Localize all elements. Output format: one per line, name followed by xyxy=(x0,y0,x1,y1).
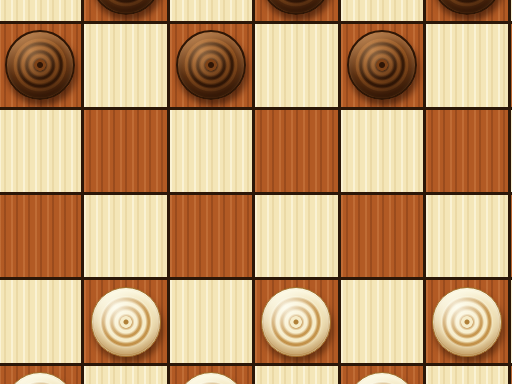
square-r3-c1[interactable] xyxy=(84,110,166,192)
square-r5-c1[interactable] xyxy=(84,280,166,362)
square-r5-c4[interactable] xyxy=(341,280,423,362)
light-piece[interactable] xyxy=(261,287,331,357)
dark-piece[interactable] xyxy=(176,30,246,100)
square-r4-c1[interactable] xyxy=(84,195,166,277)
square-r3-c0[interactable] xyxy=(0,110,81,192)
square-r1-c3[interactable] xyxy=(255,0,337,21)
dark-piece[interactable] xyxy=(347,30,417,100)
square-r1-c2[interactable] xyxy=(170,0,252,21)
square-r2-c0[interactable] xyxy=(0,24,81,106)
light-piece[interactable] xyxy=(176,372,246,384)
light-piece[interactable] xyxy=(432,287,502,357)
square-r6-c1[interactable] xyxy=(84,366,166,384)
square-r3-c4[interactable] xyxy=(341,110,423,192)
square-r4-c3[interactable] xyxy=(255,195,337,277)
square-r4-c2[interactable] xyxy=(170,195,252,277)
dark-piece[interactable] xyxy=(261,0,331,15)
light-piece[interactable] xyxy=(347,372,417,384)
checkers-board-viewport xyxy=(0,0,512,384)
dark-piece[interactable] xyxy=(432,0,502,15)
square-r6-c4[interactable] xyxy=(341,366,423,384)
light-piece[interactable] xyxy=(5,372,75,384)
square-r1-c4[interactable] xyxy=(341,0,423,21)
light-piece[interactable] xyxy=(91,287,161,357)
square-r4-c5[interactable] xyxy=(426,195,508,277)
square-r1-c0[interactable] xyxy=(0,0,81,21)
square-r1-c1[interactable] xyxy=(84,0,166,21)
square-r6-c2[interactable] xyxy=(170,366,252,384)
dark-piece[interactable] xyxy=(91,0,161,15)
square-r5-c0[interactable] xyxy=(0,280,81,362)
square-r2-c3[interactable] xyxy=(255,24,337,106)
square-r3-c3[interactable] xyxy=(255,110,337,192)
square-r5-c5[interactable] xyxy=(426,280,508,362)
square-r3-c5[interactable] xyxy=(426,110,508,192)
square-r6-c3[interactable] xyxy=(255,366,337,384)
square-r2-c1[interactable] xyxy=(84,24,166,106)
square-r2-c2[interactable] xyxy=(170,24,252,106)
square-r2-c5[interactable] xyxy=(426,24,508,106)
square-r4-c0[interactable] xyxy=(0,195,81,277)
square-r5-c3[interactable] xyxy=(255,280,337,362)
square-r1-c5[interactable] xyxy=(426,0,508,21)
square-r2-c4[interactable] xyxy=(341,24,423,106)
square-r3-c2[interactable] xyxy=(170,110,252,192)
square-r5-c2[interactable] xyxy=(170,280,252,362)
square-r4-c4[interactable] xyxy=(341,195,423,277)
dark-piece[interactable] xyxy=(5,30,75,100)
checkers-board xyxy=(0,0,512,384)
square-r6-c0[interactable] xyxy=(0,366,81,384)
square-r6-c5[interactable] xyxy=(426,366,508,384)
